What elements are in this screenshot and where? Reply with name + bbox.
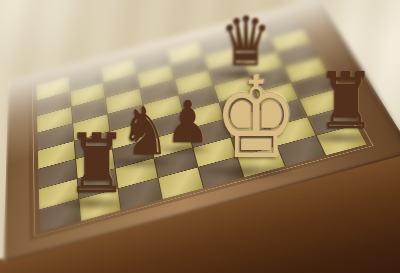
black-pawn-piece[interactable]: ♟ <box>166 93 210 151</box>
black-rook-kingside-piece[interactable]: ♜ <box>317 62 376 140</box>
black-rook-queenside-piece[interactable]: ♜ <box>66 123 128 205</box>
white-king-piece[interactable]: ♚ <box>214 62 298 174</box>
chess-photo-scene: ♛ ♚ ♜ ♞ ♟ ♜ <box>0 0 400 273</box>
